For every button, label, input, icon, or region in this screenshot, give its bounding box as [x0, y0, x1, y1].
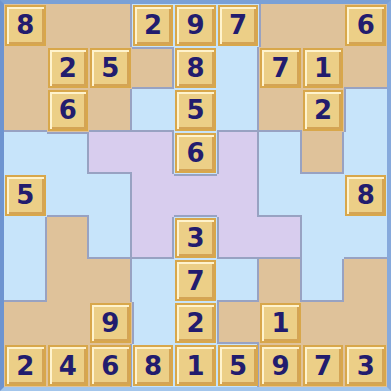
cell-r0c5[interactable]: 7 [217, 4, 260, 47]
cell-r0c4[interactable]: 9 [174, 4, 217, 47]
cell-r5c7[interactable] [302, 217, 345, 260]
cell-r4c1[interactable] [47, 174, 90, 217]
cell-r8c3[interactable]: 8 [132, 344, 175, 387]
cell-r8c1[interactable]: 4 [47, 344, 90, 387]
cell-r6c8[interactable] [344, 259, 387, 302]
cell-r0c0[interactable]: 8 [4, 4, 47, 47]
cell-r7c0[interactable] [4, 302, 47, 345]
given-tile-r7c4[interactable]: 2 [175, 303, 216, 344]
given-tile-r1c6[interactable]: 7 [260, 48, 301, 89]
cell-r6c5[interactable] [217, 259, 260, 302]
cell-r7c3[interactable] [132, 302, 175, 345]
given-tile-r7c2[interactable]: 9 [90, 303, 131, 344]
given-tile-r6c4[interactable]: 7 [175, 260, 216, 301]
cell-r0c2[interactable] [89, 4, 132, 47]
cell-r4c3[interactable] [132, 174, 175, 217]
cell-r6c6[interactable] [259, 259, 302, 302]
cell-r0c7[interactable] [302, 4, 345, 47]
cell-r2c1[interactable]: 6 [47, 89, 90, 132]
cell-r2c3[interactable] [132, 89, 175, 132]
cell-r4c4[interactable] [174, 174, 217, 217]
given-tile-r0c8[interactable]: 6 [345, 5, 386, 46]
cell-r3c5[interactable] [217, 132, 260, 175]
cell-r1c5[interactable] [217, 47, 260, 90]
given-tile-r2c7[interactable]: 2 [303, 90, 344, 131]
cell-r8c5[interactable]: 5 [217, 344, 260, 387]
given-tile-r8c5[interactable]: 5 [218, 345, 259, 386]
cell-r3c2[interactable] [89, 132, 132, 175]
cell-r7c8[interactable] [344, 302, 387, 345]
given-tile-r2c1[interactable]: 6 [48, 90, 89, 131]
cell-r2c6[interactable] [259, 89, 302, 132]
cell-r8c7[interactable]: 7 [302, 344, 345, 387]
cell-r6c1[interactable] [47, 259, 90, 302]
cell-r1c1[interactable]: 2 [47, 47, 90, 90]
cell-r1c2[interactable]: 5 [89, 47, 132, 90]
given-tile-r0c0[interactable]: 8 [5, 5, 46, 46]
cell-r0c1[interactable] [47, 4, 90, 47]
cell-r2c2[interactable] [89, 89, 132, 132]
given-tile-r0c4[interactable]: 9 [175, 5, 216, 46]
cell-r6c0[interactable] [4, 259, 47, 302]
given-tile-r7c6[interactable]: 1 [260, 303, 301, 344]
cell-r3c4[interactable]: 6 [174, 132, 217, 175]
given-tile-r8c6[interactable]: 9 [260, 345, 301, 386]
cell-r1c0[interactable] [4, 47, 47, 90]
given-tile-r8c3[interactable]: 8 [133, 345, 174, 386]
given-tile-r2c4[interactable]: 5 [175, 90, 216, 131]
given-tile-r1c7[interactable]: 1 [303, 48, 344, 89]
cell-r5c3[interactable] [132, 217, 175, 260]
given-tile-r5c4[interactable]: 3 [175, 218, 216, 259]
cell-r4c7[interactable] [302, 174, 345, 217]
cell-r3c1[interactable] [47, 132, 90, 175]
cell-r2c8[interactable] [344, 89, 387, 132]
cell-r6c4[interactable]: 7 [174, 259, 217, 302]
cell-r2c0[interactable] [4, 89, 47, 132]
cell-r3c8[interactable] [344, 132, 387, 175]
cell-r7c6[interactable]: 1 [259, 302, 302, 345]
cell-r5c8[interactable] [344, 217, 387, 260]
given-tile-r0c5[interactable]: 7 [218, 5, 259, 46]
cell-r5c0[interactable] [4, 217, 47, 260]
cell-r1c3[interactable] [132, 47, 175, 90]
cell-r0c6[interactable] [259, 4, 302, 47]
sudoku-board: 829762587165265837921246815973 [0, 0, 391, 391]
cell-r1c4[interactable]: 8 [174, 47, 217, 90]
cell-r7c1[interactable] [47, 302, 90, 345]
cell-r6c2[interactable] [89, 259, 132, 302]
cell-r7c4[interactable]: 2 [174, 302, 217, 345]
cell-r6c3[interactable] [132, 259, 175, 302]
given-tile-r1c4[interactable]: 8 [175, 48, 216, 89]
cell-r3c0[interactable] [4, 132, 47, 175]
cell-r7c2[interactable]: 9 [89, 302, 132, 345]
cell-r1c6[interactable]: 7 [259, 47, 302, 90]
given-tile-r8c2[interactable]: 6 [90, 345, 131, 386]
cell-r2c7[interactable]: 2 [302, 89, 345, 132]
given-tile-r8c4[interactable]: 1 [175, 345, 216, 386]
cell-r8c8[interactable]: 3 [344, 344, 387, 387]
cell-r2c4[interactable]: 5 [174, 89, 217, 132]
cell-r7c5[interactable] [217, 302, 260, 345]
cell-r8c6[interactable]: 9 [259, 344, 302, 387]
given-tile-r8c7[interactable]: 7 [303, 345, 344, 386]
cell-r5c2[interactable] [89, 217, 132, 260]
cell-r1c8[interactable] [344, 47, 387, 90]
cell-r8c2[interactable]: 6 [89, 344, 132, 387]
given-tile-r0c3[interactable]: 2 [133, 5, 174, 46]
cell-r5c4[interactable]: 3 [174, 217, 217, 260]
given-tile-r3c4[interactable]: 6 [175, 133, 216, 174]
given-tile-r8c8[interactable]: 3 [345, 345, 386, 386]
given-tile-r1c1[interactable]: 2 [48, 48, 89, 89]
cell-r6c7[interactable] [302, 259, 345, 302]
given-tile-r1c2[interactable]: 5 [90, 48, 131, 89]
given-tile-r4c0[interactable]: 5 [5, 175, 46, 216]
cell-r7c7[interactable] [302, 302, 345, 345]
cell-r4c0[interactable]: 5 [4, 174, 47, 217]
cell-r8c0[interactable]: 2 [4, 344, 47, 387]
cell-r8c4[interactable]: 1 [174, 344, 217, 387]
given-tile-r8c0[interactable]: 2 [5, 345, 46, 386]
cell-r5c5[interactable] [217, 217, 260, 260]
cell-r3c3[interactable] [132, 132, 175, 175]
cell-r2c5[interactable] [217, 89, 260, 132]
cell-r0c8[interactable]: 6 [344, 4, 387, 47]
given-tile-r4c8[interactable]: 8 [345, 175, 386, 216]
cell-r1c7[interactable]: 1 [302, 47, 345, 90]
cell-r5c6[interactable] [259, 217, 302, 260]
cell-r3c6[interactable] [259, 132, 302, 175]
cell-r4c2[interactable] [89, 174, 132, 217]
given-tile-r8c1[interactable]: 4 [48, 345, 89, 386]
cell-r4c8[interactable]: 8 [344, 174, 387, 217]
cell-r5c1[interactable] [47, 217, 90, 260]
cell-r4c5[interactable] [217, 174, 260, 217]
cell-r4c6[interactable] [259, 174, 302, 217]
cell-r0c3[interactable]: 2 [132, 4, 175, 47]
cell-r3c7[interactable] [302, 132, 345, 175]
